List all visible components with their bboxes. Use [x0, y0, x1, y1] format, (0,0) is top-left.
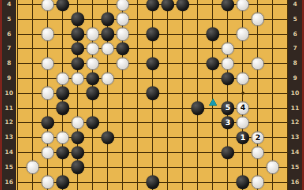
- row-coordinate-label: 14: [288, 149, 302, 155]
- row-coordinate-label: 6: [288, 31, 302, 37]
- black-stone[interactable]: [56, 175, 70, 189]
- white-stone[interactable]: [251, 146, 265, 160]
- row-coordinate-label: 7: [288, 45, 302, 51]
- row-coordinate-label: 8: [2, 60, 16, 66]
- row-coordinate-label: 16: [288, 179, 302, 185]
- row-coordinate-label: 9: [288, 75, 302, 81]
- white-stone[interactable]: [236, 0, 250, 11]
- white-stone[interactable]: [41, 0, 55, 11]
- white-stone[interactable]: [221, 57, 235, 71]
- black-stone[interactable]: [161, 0, 175, 11]
- row-coordinate-label: 12: [288, 119, 302, 125]
- row-coordinate-label: 9: [2, 75, 16, 81]
- black-stone[interactable]: [71, 161, 85, 175]
- black-stone[interactable]: [71, 42, 85, 56]
- right-coordinate-strip: 45678910111213141516: [288, 0, 304, 190]
- grid-line-vertical: [137, 0, 138, 190]
- row-coordinate-label: 13: [288, 134, 302, 140]
- white-stone[interactable]: [41, 57, 55, 71]
- white-stone[interactable]: [251, 175, 265, 189]
- white-stone[interactable]: [56, 72, 70, 86]
- black-stone[interactable]: [236, 175, 250, 189]
- grid-line-vertical: [227, 0, 228, 190]
- black-stone[interactable]: 5: [221, 101, 235, 115]
- row-coordinate-label: 5: [2, 16, 16, 22]
- black-stone[interactable]: [41, 116, 55, 130]
- grid-line-vertical: [197, 0, 198, 190]
- row-coordinate-label: 12: [2, 119, 16, 125]
- move-number-label: 5: [225, 104, 230, 112]
- white-stone[interactable]: [236, 27, 250, 41]
- black-stone[interactable]: [191, 101, 205, 115]
- white-stone[interactable]: [251, 13, 265, 27]
- move-number-label: 1: [240, 134, 245, 142]
- black-stone[interactable]: [101, 13, 115, 27]
- black-stone[interactable]: [146, 57, 160, 71]
- move-number-label: 4: [240, 104, 245, 112]
- white-stone[interactable]: 4: [236, 101, 250, 115]
- triangle-marker: [209, 98, 217, 105]
- black-stone[interactable]: [56, 146, 70, 160]
- white-stone[interactable]: [41, 175, 55, 189]
- row-coordinate-label: 10: [2, 90, 16, 96]
- grid-line-vertical: [257, 0, 258, 190]
- row-coordinate-label: 4: [2, 1, 16, 7]
- black-stone[interactable]: [146, 0, 160, 11]
- row-coordinate-label: 11: [2, 105, 16, 111]
- black-stone[interactable]: [101, 131, 115, 145]
- black-stone[interactable]: [176, 0, 190, 11]
- black-stone[interactable]: [71, 13, 85, 27]
- grid-line-vertical: [167, 0, 168, 190]
- black-stone[interactable]: [71, 131, 85, 145]
- row-coordinate-label: 7: [2, 45, 16, 51]
- white-stone[interactable]: 2: [251, 131, 265, 145]
- row-coordinate-label: 11: [288, 105, 302, 111]
- white-stone[interactable]: [116, 27, 130, 41]
- black-stone[interactable]: [71, 57, 85, 71]
- white-stone[interactable]: [86, 27, 100, 41]
- row-coordinate-label: 16: [2, 179, 16, 185]
- row-coordinate-label: 14: [2, 149, 16, 155]
- black-stone[interactable]: [86, 72, 100, 86]
- grid-line-vertical: [182, 0, 183, 190]
- white-stone[interactable]: [71, 72, 85, 86]
- white-stone[interactable]: [41, 27, 55, 41]
- black-stone[interactable]: [206, 57, 220, 71]
- row-coordinate-label: 8: [288, 60, 302, 66]
- white-stone[interactable]: [116, 57, 130, 71]
- white-stone[interactable]: [236, 72, 250, 86]
- black-stone[interactable]: [116, 42, 130, 56]
- white-stone[interactable]: [86, 57, 100, 71]
- row-coordinate-label: 15: [288, 164, 302, 170]
- white-stone[interactable]: [86, 42, 100, 56]
- black-stone[interactable]: [146, 87, 160, 101]
- black-stone[interactable]: [56, 101, 70, 115]
- black-stone[interactable]: [146, 175, 160, 189]
- white-stone[interactable]: [221, 42, 235, 56]
- black-stone[interactable]: [71, 27, 85, 41]
- row-coordinate-label: 15: [2, 164, 16, 170]
- white-stone[interactable]: [26, 161, 40, 175]
- grid-line-vertical: [17, 0, 18, 190]
- black-stone[interactable]: [221, 146, 235, 160]
- row-coordinate-label: 13: [2, 134, 16, 140]
- white-stone[interactable]: [116, 13, 130, 27]
- white-stone[interactable]: [56, 131, 70, 145]
- go-board-screenshot: 54312 45678910111213141516 4567891011121…: [0, 0, 304, 190]
- black-stone[interactable]: [86, 87, 100, 101]
- row-coordinate-label: 4: [288, 1, 302, 7]
- white-stone[interactable]: [41, 131, 55, 145]
- black-stone[interactable]: [56, 87, 70, 101]
- black-stone[interactable]: [71, 146, 85, 160]
- white-stone[interactable]: [41, 146, 55, 160]
- white-stone[interactable]: [101, 42, 115, 56]
- star-point: [241, 92, 244, 95]
- white-stone[interactable]: [116, 0, 130, 11]
- goban[interactable]: 54312: [0, 0, 304, 190]
- black-stone[interactable]: [56, 0, 70, 11]
- left-coordinate-strip: 45678910111213141516: [0, 0, 16, 190]
- black-stone[interactable]: 1: [236, 131, 250, 145]
- black-stone[interactable]: 3: [221, 116, 235, 130]
- black-stone[interactable]: [221, 0, 235, 11]
- white-stone[interactable]: [71, 116, 85, 130]
- row-coordinate-label: 6: [2, 31, 16, 37]
- white-stone[interactable]: [266, 161, 280, 175]
- white-stone[interactable]: [236, 116, 250, 130]
- white-stone[interactable]: [251, 57, 265, 71]
- white-stone[interactable]: [101, 72, 115, 86]
- black-stone[interactable]: [206, 27, 220, 41]
- black-stone[interactable]: [221, 72, 235, 86]
- black-stone[interactable]: [146, 27, 160, 41]
- white-stone[interactable]: [41, 87, 55, 101]
- row-coordinate-label: 10: [288, 90, 302, 96]
- row-coordinate-label: 5: [288, 16, 302, 22]
- move-number-label: 3: [225, 119, 230, 127]
- black-stone[interactable]: [86, 116, 100, 130]
- move-number-label: 2: [255, 134, 260, 142]
- black-stone[interactable]: [101, 27, 115, 41]
